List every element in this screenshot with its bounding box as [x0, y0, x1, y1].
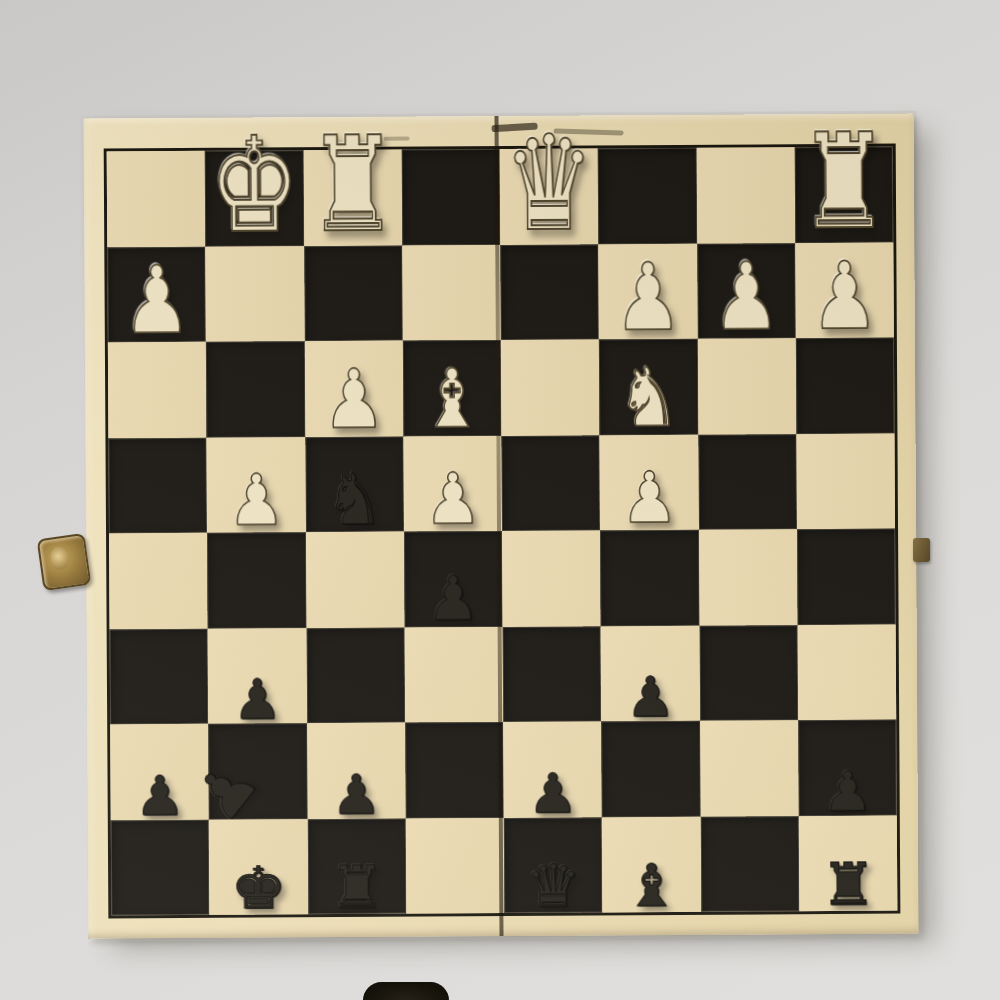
square-a6[interactable] — [797, 624, 896, 720]
piece-bK-g8[interactable]: ♚ — [209, 819, 308, 915]
square-b8[interactable] — [700, 816, 799, 912]
white-pawn-icon: ♟ — [614, 253, 683, 341]
white-pawn-icon: ♟ — [424, 466, 482, 533]
piece-wP-c2[interactable]: ♟ — [599, 243, 698, 339]
piece-wQ-d1[interactable]: ♛ — [500, 148, 599, 244]
square-b1[interactable] — [696, 147, 795, 243]
piece-wP-b2[interactable]: ♟ — [697, 243, 796, 339]
square-g8[interactable]: ♚ — [209, 819, 308, 915]
square-a3[interactable] — [796, 338, 895, 434]
square-c7[interactable] — [601, 721, 700, 817]
piece-bP-a7[interactable]: ♟ — [798, 720, 897, 816]
square-e1[interactable] — [401, 149, 500, 245]
piece-bP-e5[interactable]: ♟ — [404, 531, 503, 627]
photo-scene: ♚♜♛♜♟♟♟♟♟♝♞♟♞♟♟♟♟♟♟♟♟♟♟♚♜♛♝♜ — [0, 0, 1000, 1000]
square-c8[interactable]: ♝ — [602, 816, 701, 912]
piece-wP-h2[interactable]: ♟ — [107, 246, 206, 342]
black-king-icon: ♚ — [231, 861, 287, 917]
square-c5[interactable] — [600, 530, 699, 626]
square-a1[interactable]: ♜ — [794, 147, 893, 243]
square-c6[interactable]: ♟ — [601, 625, 700, 721]
square-g4[interactable]: ♟ — [207, 437, 306, 533]
square-d4[interactable] — [501, 435, 600, 531]
piece-bB-c8[interactable]: ♝ — [602, 816, 701, 912]
black-pawn-icon: ♟ — [528, 767, 579, 819]
square-h3[interactable] — [108, 342, 207, 438]
piece-wP-e4[interactable]: ♟ — [403, 435, 502, 531]
black-pawn-icon: ♟ — [233, 673, 283, 726]
square-f2[interactable] — [304, 245, 403, 341]
square-e3[interactable]: ♝ — [403, 340, 502, 436]
square-d1[interactable]: ♛ — [500, 148, 599, 244]
square-c1[interactable] — [598, 148, 697, 244]
square-c4[interactable]: ♟ — [600, 434, 699, 530]
square-f6[interactable] — [306, 627, 405, 723]
piece-bP-g7[interactable]: ♟ — [208, 723, 307, 819]
square-f1[interactable]: ♜ — [303, 150, 402, 246]
square-e7[interactable] — [405, 722, 504, 818]
square-a7[interactable]: ♟ — [798, 720, 897, 816]
piece-wR-a1[interactable]: ♜ — [794, 147, 893, 243]
square-e2[interactable] — [402, 244, 501, 340]
piece-bQ-d8[interactable]: ♛ — [504, 817, 603, 913]
board-clasp-right — [913, 538, 930, 562]
piece-wP-g4[interactable]: ♟ — [207, 437, 306, 533]
piece-bN-f4[interactable]: ♞ — [305, 436, 404, 532]
black-pawn-icon: ♟ — [626, 671, 676, 724]
square-e6[interactable] — [404, 626, 503, 722]
piece-wK-g1[interactable]: ♚ — [205, 150, 304, 246]
square-b3[interactable] — [697, 338, 796, 434]
piece-wN-c3[interactable]: ♞ — [599, 339, 698, 435]
chess-board: ♚♜♛♜♟♟♟♟♟♝♞♟♞♟♟♟♟♟♟♟♟♟♟♚♜♛♝♜ — [84, 113, 919, 938]
square-a4[interactable] — [796, 433, 895, 529]
white-bishop-icon: ♝ — [420, 360, 483, 438]
white-queen-icon: ♛ — [503, 121, 594, 246]
white-pawn-icon: ♟ — [712, 252, 781, 340]
square-e4[interactable]: ♟ — [403, 435, 502, 531]
piece-bP-g6[interactable]: ♟ — [208, 628, 307, 724]
square-c2[interactable]: ♟ — [599, 243, 698, 339]
square-f5[interactable] — [306, 532, 405, 628]
black-bishop-icon: ♝ — [624, 859, 680, 915]
black-pawn-icon: ♟ — [822, 766, 873, 818]
black-queen-icon: ♛ — [525, 859, 581, 915]
white-knight-icon: ♞ — [617, 359, 680, 437]
piece-bP-d7[interactable]: ♟ — [503, 721, 602, 817]
square-h4[interactable] — [108, 437, 207, 533]
square-f3[interactable]: ♟ — [304, 341, 403, 437]
square-b5[interactable] — [699, 529, 798, 625]
square-g3[interactable] — [206, 341, 305, 437]
square-b4[interactable] — [698, 434, 797, 530]
square-h1[interactable] — [107, 151, 206, 247]
white-pawn-icon: ♟ — [810, 252, 879, 340]
square-g2[interactable] — [206, 246, 305, 342]
square-h6[interactable] — [110, 628, 209, 724]
square-d2[interactable] — [500, 244, 599, 340]
square-b6[interactable] — [699, 625, 798, 721]
square-f7[interactable]: ♟ — [307, 723, 406, 819]
square-g6[interactable]: ♟ — [208, 628, 307, 724]
square-a2[interactable]: ♟ — [795, 242, 894, 338]
square-g7[interactable]: ♟ — [208, 723, 307, 819]
square-d5[interactable] — [502, 530, 601, 626]
white-pawn-icon: ♟ — [122, 256, 191, 344]
white-pawn-icon: ♟ — [620, 465, 678, 532]
black-rook-icon: ♜ — [329, 860, 385, 916]
piece-wP-a2[interactable]: ♟ — [795, 242, 894, 338]
black-pawn-icon: ♟ — [135, 770, 186, 822]
piece-wP-f3[interactable]: ♟ — [304, 341, 403, 437]
square-b2[interactable]: ♟ — [697, 243, 796, 339]
black-pawn-icon: ♟ — [331, 769, 382, 821]
captured-piece-offboard[interactable] — [363, 982, 449, 1000]
square-h5[interactable] — [109, 533, 208, 629]
black-rook-icon: ♜ — [820, 857, 876, 913]
white-pawn-icon: ♟ — [322, 361, 385, 439]
square-h2[interactable]: ♟ — [107, 246, 206, 342]
square-a5[interactable] — [797, 529, 896, 625]
square-e8[interactable] — [406, 817, 505, 913]
white-pawn-icon: ♟ — [227, 467, 285, 534]
square-e5[interactable]: ♟ — [404, 531, 503, 627]
piece-bP-c6[interactable]: ♟ — [601, 625, 700, 721]
square-d8[interactable]: ♛ — [504, 817, 603, 913]
white-rook-icon: ♜ — [307, 122, 398, 247]
piece-bR-f8[interactable]: ♜ — [307, 818, 406, 914]
square-c3[interactable]: ♞ — [599, 339, 698, 435]
white-king-icon: ♚ — [209, 123, 300, 248]
square-d6[interactable] — [503, 626, 602, 722]
square-f8[interactable]: ♜ — [307, 818, 406, 914]
square-d7[interactable]: ♟ — [503, 721, 602, 817]
square-h8[interactable] — [111, 819, 210, 915]
board-clasp-left — [37, 533, 92, 591]
piece-bP-f7[interactable]: ♟ — [307, 723, 406, 819]
square-f4[interactable]: ♞ — [305, 436, 404, 532]
black-pawn-icon: ♟ — [427, 571, 479, 629]
playing-area: ♚♜♛♜♟♟♟♟♟♝♞♟♞♟♟♟♟♟♟♟♟♟♟♚♜♛♝♜ — [104, 144, 901, 919]
square-d3[interactable] — [501, 339, 600, 435]
piece-bR-a8[interactable]: ♜ — [799, 815, 898, 911]
square-b7[interactable] — [700, 720, 799, 816]
white-rook-icon: ♜ — [798, 119, 889, 244]
square-g5[interactable] — [207, 532, 306, 628]
black-knight-icon: ♞ — [326, 467, 384, 534]
piece-wR-f1[interactable]: ♜ — [303, 150, 402, 246]
square-g1[interactable]: ♚ — [205, 150, 304, 246]
piece-wP-c4[interactable]: ♟ — [600, 434, 699, 530]
piece-wB-e3[interactable]: ♝ — [403, 340, 502, 436]
square-a8[interactable]: ♜ — [799, 815, 898, 911]
